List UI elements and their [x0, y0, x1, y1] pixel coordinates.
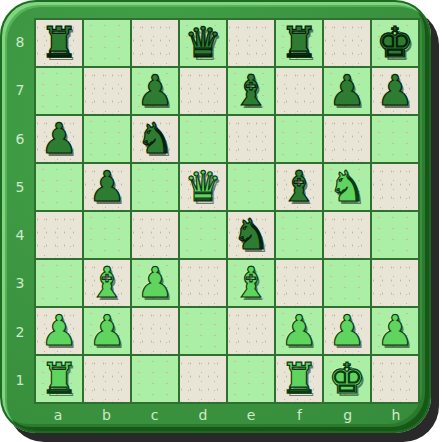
rank-label-2: 2 — [8, 308, 32, 356]
chess-board-frame: 87654321 ♜♛♜♚♟♝♟♟♟♞♟♛♝♞♞♝♟♝♟♟♟♟♟♜♜♚ abcd… — [0, 0, 431, 433]
square-h8[interactable]: ♚ — [372, 20, 418, 66]
white-pawn-b2[interactable]: ♟ — [88, 310, 126, 352]
black-pawn-b5[interactable]: ♟ — [88, 166, 126, 208]
square-e6[interactable] — [228, 116, 274, 162]
square-d7[interactable] — [180, 68, 226, 114]
rank-label-3: 3 — [8, 259, 32, 307]
square-g6[interactable] — [324, 116, 370, 162]
square-g4[interactable] — [324, 212, 370, 258]
square-f2[interactable]: ♟ — [276, 308, 322, 354]
square-g3[interactable] — [324, 260, 370, 306]
rank-label-7: 7 — [8, 66, 32, 114]
square-e3[interactable]: ♝ — [228, 260, 274, 306]
square-a1[interactable]: ♜ — [36, 356, 82, 402]
black-rook-f8[interactable]: ♜ — [280, 22, 318, 64]
square-h2[interactable]: ♟ — [372, 308, 418, 354]
file-label-f: f — [275, 402, 323, 428]
square-a8[interactable]: ♜ — [36, 20, 82, 66]
rank-labels: 87654321 — [8, 18, 32, 404]
square-c4[interactable] — [132, 212, 178, 258]
square-b5[interactable]: ♟ — [84, 164, 130, 210]
white-king-g1[interactable]: ♚ — [328, 358, 366, 400]
square-g1[interactable]: ♚ — [324, 356, 370, 402]
square-e2[interactable] — [228, 308, 274, 354]
square-b4[interactable] — [84, 212, 130, 258]
square-g5[interactable]: ♞ — [324, 164, 370, 210]
white-knight-g5[interactable]: ♞ — [328, 166, 366, 208]
square-b3[interactable]: ♝ — [84, 260, 130, 306]
square-d4[interactable] — [180, 212, 226, 258]
square-f5[interactable]: ♝ — [276, 164, 322, 210]
square-c2[interactable] — [132, 308, 178, 354]
black-bishop-e7[interactable]: ♝ — [232, 70, 270, 112]
square-b6[interactable] — [84, 116, 130, 162]
file-label-c: c — [131, 402, 179, 428]
black-king-h8[interactable]: ♚ — [376, 22, 414, 64]
black-knight-e4[interactable]: ♞ — [232, 214, 270, 256]
square-a7[interactable] — [36, 68, 82, 114]
white-pawn-f2[interactable]: ♟ — [280, 310, 318, 352]
black-pawn-c7[interactable]: ♟ — [136, 70, 174, 112]
square-c1[interactable] — [132, 356, 178, 402]
square-a2[interactable]: ♟ — [36, 308, 82, 354]
square-f4[interactable] — [276, 212, 322, 258]
rank-label-8: 8 — [8, 18, 32, 66]
square-h4[interactable] — [372, 212, 418, 258]
white-bishop-e3[interactable]: ♝ — [232, 262, 270, 304]
rank-label-1: 1 — [8, 356, 32, 404]
file-label-b: b — [82, 402, 130, 428]
square-g8[interactable] — [324, 20, 370, 66]
file-label-a: a — [34, 402, 82, 428]
square-e4[interactable]: ♞ — [228, 212, 274, 258]
white-queen-d5[interactable]: ♛ — [184, 166, 222, 208]
square-h5[interactable] — [372, 164, 418, 210]
square-c7[interactable]: ♟ — [132, 68, 178, 114]
square-c8[interactable] — [132, 20, 178, 66]
square-h6[interactable] — [372, 116, 418, 162]
square-c3[interactable]: ♟ — [132, 260, 178, 306]
square-a6[interactable]: ♟ — [36, 116, 82, 162]
file-labels: abcdefgh — [34, 402, 420, 428]
black-queen-d8[interactable]: ♛ — [184, 22, 222, 64]
square-c6[interactable]: ♞ — [132, 116, 178, 162]
square-f6[interactable] — [276, 116, 322, 162]
square-a4[interactable] — [36, 212, 82, 258]
chess-board: ♜♛♜♚♟♝♟♟♟♞♟♛♝♞♞♝♟♝♟♟♟♟♟♜♜♚ — [34, 18, 420, 404]
square-f3[interactable] — [276, 260, 322, 306]
black-pawn-a6[interactable]: ♟ — [40, 118, 78, 160]
square-f7[interactable] — [276, 68, 322, 114]
square-d5[interactable]: ♛ — [180, 164, 226, 210]
rank-label-5: 5 — [8, 163, 32, 211]
rank-label-4: 4 — [8, 211, 32, 259]
square-b7[interactable] — [84, 68, 130, 114]
rank-label-6: 6 — [8, 115, 32, 163]
square-a5[interactable] — [36, 164, 82, 210]
square-g7[interactable]: ♟ — [324, 68, 370, 114]
square-e5[interactable] — [228, 164, 274, 210]
square-c5[interactable] — [132, 164, 178, 210]
black-pawn-h7[interactable]: ♟ — [376, 70, 414, 112]
white-pawn-h2[interactable]: ♟ — [376, 310, 414, 352]
square-d1[interactable] — [180, 356, 226, 402]
square-e7[interactable]: ♝ — [228, 68, 274, 114]
square-b2[interactable]: ♟ — [84, 308, 130, 354]
white-rook-a1[interactable]: ♜ — [40, 358, 78, 400]
square-e1[interactable] — [228, 356, 274, 402]
square-f8[interactable]: ♜ — [276, 20, 322, 66]
square-g2[interactable]: ♟ — [324, 308, 370, 354]
square-d3[interactable] — [180, 260, 226, 306]
black-knight-c6[interactable]: ♞ — [136, 118, 174, 160]
file-label-e: e — [227, 402, 275, 428]
white-pawn-a2[interactable]: ♟ — [40, 310, 78, 352]
white-pawn-g2[interactable]: ♟ — [328, 310, 366, 352]
square-h3[interactable] — [372, 260, 418, 306]
square-a3[interactable] — [36, 260, 82, 306]
square-b8[interactable] — [84, 20, 130, 66]
square-d6[interactable] — [180, 116, 226, 162]
black-bishop-f5[interactable]: ♝ — [280, 166, 318, 208]
square-d8[interactable]: ♛ — [180, 20, 226, 66]
white-rook-f1[interactable]: ♜ — [280, 358, 318, 400]
black-rook-a8[interactable]: ♜ — [40, 22, 78, 64]
white-bishop-b3[interactable]: ♝ — [88, 262, 126, 304]
square-b1[interactable] — [84, 356, 130, 402]
black-pawn-g7[interactable]: ♟ — [328, 70, 366, 112]
square-e8[interactable] — [228, 20, 274, 66]
file-label-g: g — [324, 402, 372, 428]
square-h1[interactable] — [372, 356, 418, 402]
file-label-d: d — [179, 402, 227, 428]
square-h7[interactable]: ♟ — [372, 68, 418, 114]
square-f1[interactable]: ♜ — [276, 356, 322, 402]
square-d2[interactable] — [180, 308, 226, 354]
file-label-h: h — [372, 402, 420, 428]
white-pawn-c3[interactable]: ♟ — [136, 262, 174, 304]
